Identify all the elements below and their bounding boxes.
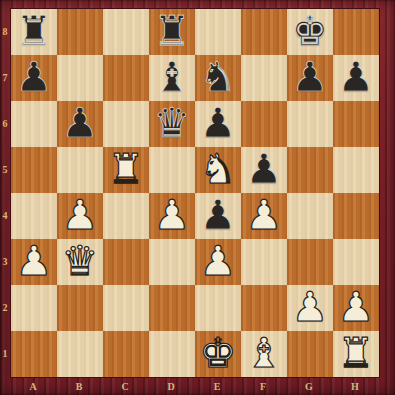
square-g7[interactable]: ♟ (287, 55, 333, 101)
square-b3[interactable]: ♛ (57, 239, 103, 285)
square-a5[interactable] (11, 147, 57, 193)
square-e4[interactable]: ♟ (195, 193, 241, 239)
square-h6[interactable] (333, 101, 379, 147)
piece-black-pawn[interactable]: ♟ (338, 54, 375, 100)
square-c2[interactable] (103, 285, 149, 331)
piece-black-pawn[interactable]: ♟ (200, 100, 237, 146)
square-b8[interactable] (57, 9, 103, 55)
file-label-h: H (332, 377, 378, 395)
rank-label-6: 6 (0, 100, 10, 146)
square-a6[interactable] (11, 101, 57, 147)
square-a1[interactable] (11, 331, 57, 377)
square-b4[interactable]: ♟ (57, 193, 103, 239)
square-a2[interactable] (11, 285, 57, 331)
square-a8[interactable]: ♜ (11, 9, 57, 55)
square-c1[interactable] (103, 331, 149, 377)
piece-white-pawn[interactable]: ♟ (16, 238, 53, 284)
square-e8[interactable] (195, 9, 241, 55)
square-f1[interactable]: ♝ (241, 331, 287, 377)
file-label-c: C (102, 377, 148, 395)
square-g4[interactable] (287, 193, 333, 239)
square-f6[interactable] (241, 101, 287, 147)
file-label-f: F (240, 377, 286, 395)
file-label-b: B (56, 377, 102, 395)
square-b5[interactable] (57, 147, 103, 193)
square-b1[interactable] (57, 331, 103, 377)
square-f5[interactable]: ♟ (241, 147, 287, 193)
square-h1[interactable]: ♜ (333, 331, 379, 377)
piece-white-rook[interactable]: ♜ (108, 146, 145, 192)
square-e7[interactable]: ♞ (195, 55, 241, 101)
piece-white-pawn[interactable]: ♟ (246, 192, 283, 238)
square-g3[interactable] (287, 239, 333, 285)
rank-labels: 87654321 (0, 8, 10, 376)
square-b7[interactable] (57, 55, 103, 101)
square-d3[interactable] (149, 239, 195, 285)
piece-white-knight[interactable]: ♞ (200, 146, 237, 192)
square-g6[interactable] (287, 101, 333, 147)
square-e5[interactable]: ♞ (195, 147, 241, 193)
rank-label-7: 7 (0, 54, 10, 100)
square-f7[interactable] (241, 55, 287, 101)
piece-black-pawn[interactable]: ♟ (16, 54, 53, 100)
square-d4[interactable]: ♟ (149, 193, 195, 239)
piece-white-king[interactable]: ♚ (200, 330, 237, 376)
square-c3[interactable] (103, 239, 149, 285)
square-f2[interactable] (241, 285, 287, 331)
file-labels: ABCDEFGH (10, 377, 378, 395)
square-a7[interactable]: ♟ (11, 55, 57, 101)
square-c5[interactable]: ♜ (103, 147, 149, 193)
rank-label-8: 8 (0, 8, 10, 54)
piece-white-bishop[interactable]: ♝ (246, 330, 283, 376)
square-c4[interactable] (103, 193, 149, 239)
square-d7[interactable]: ♝ (149, 55, 195, 101)
square-f3[interactable] (241, 239, 287, 285)
piece-black-pawn[interactable]: ♟ (292, 54, 329, 100)
rank-label-3: 3 (0, 238, 10, 284)
square-c8[interactable] (103, 9, 149, 55)
square-d5[interactable] (149, 147, 195, 193)
file-label-e: E (194, 377, 240, 395)
square-b2[interactable] (57, 285, 103, 331)
square-h5[interactable] (333, 147, 379, 193)
piece-black-queen[interactable]: ♛ (154, 100, 191, 146)
square-g5[interactable] (287, 147, 333, 193)
file-label-a: A (10, 377, 56, 395)
piece-black-rook[interactable]: ♜ (16, 8, 53, 54)
rank-label-1: 1 (0, 330, 10, 376)
square-e6[interactable]: ♟ (195, 101, 241, 147)
piece-black-knight[interactable]: ♞ (200, 54, 237, 100)
board-frame: 87654321 ♜♜♚♟♝♞♟♟♟♛♟♜♞♟♟♟♟♟♟♛♟♟♟♚♝♜ ABCD… (0, 0, 395, 395)
square-b6[interactable]: ♟ (57, 101, 103, 147)
piece-white-pawn[interactable]: ♟ (338, 284, 375, 330)
piece-black-pawn[interactable]: ♟ (200, 192, 237, 238)
square-h2[interactable]: ♟ (333, 285, 379, 331)
square-e3[interactable]: ♟ (195, 239, 241, 285)
square-e2[interactable] (195, 285, 241, 331)
rank-label-2: 2 (0, 284, 10, 330)
square-h4[interactable] (333, 193, 379, 239)
square-h7[interactable]: ♟ (333, 55, 379, 101)
square-d2[interactable] (149, 285, 195, 331)
piece-black-pawn[interactable]: ♟ (62, 100, 99, 146)
piece-white-pawn[interactable]: ♟ (292, 284, 329, 330)
piece-white-rook[interactable]: ♜ (338, 330, 375, 376)
square-g8[interactable]: ♚ (287, 9, 333, 55)
square-h8[interactable] (333, 9, 379, 55)
piece-white-queen[interactable]: ♛ (62, 238, 99, 284)
chess-board: ♜♜♚♟♝♞♟♟♟♛♟♜♞♟♟♟♟♟♟♛♟♟♟♚♝♜ (10, 8, 380, 378)
file-label-d: D (148, 377, 194, 395)
rank-label-4: 4 (0, 192, 10, 238)
square-d6[interactable]: ♛ (149, 101, 195, 147)
square-g1[interactable] (287, 331, 333, 377)
square-e1[interactable]: ♚ (195, 331, 241, 377)
square-c6[interactable] (103, 101, 149, 147)
square-a3[interactable]: ♟ (11, 239, 57, 285)
piece-black-king[interactable]: ♚ (292, 8, 329, 54)
piece-black-pawn[interactable]: ♟ (246, 146, 283, 192)
square-g2[interactable]: ♟ (287, 285, 333, 331)
square-d1[interactable] (149, 331, 195, 377)
piece-white-pawn[interactable]: ♟ (62, 192, 99, 238)
piece-white-pawn[interactable]: ♟ (200, 238, 237, 284)
square-c7[interactable] (103, 55, 149, 101)
square-d8[interactable]: ♜ (149, 9, 195, 55)
square-f8[interactable] (241, 9, 287, 55)
square-f4[interactable]: ♟ (241, 193, 287, 239)
piece-black-rook[interactable]: ♜ (154, 8, 191, 54)
rank-label-5: 5 (0, 146, 10, 192)
square-a4[interactable] (11, 193, 57, 239)
piece-black-bishop[interactable]: ♝ (154, 54, 191, 100)
piece-white-pawn[interactable]: ♟ (154, 192, 191, 238)
file-label-g: G (286, 377, 332, 395)
square-h3[interactable] (333, 239, 379, 285)
